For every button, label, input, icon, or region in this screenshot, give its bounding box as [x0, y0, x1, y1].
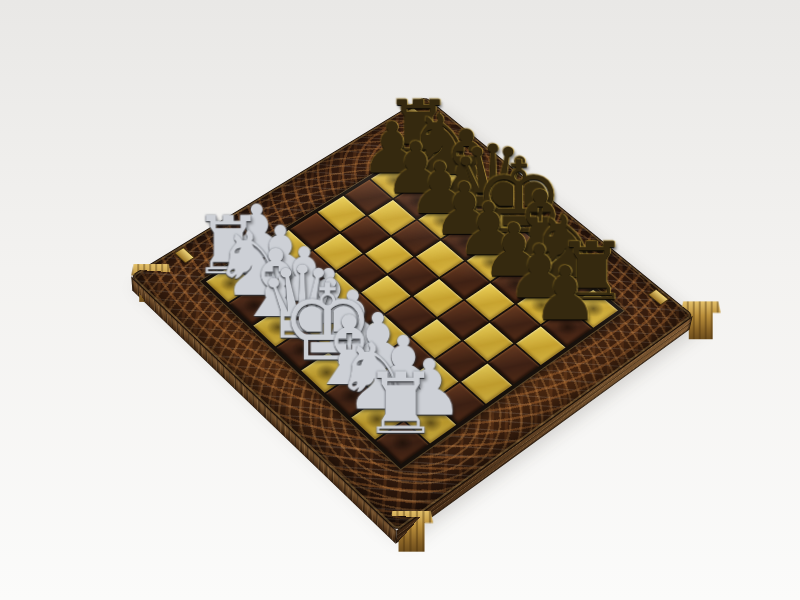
piece-black-pawn[interactable]: ♟ [523, 258, 608, 329]
square-h6[interactable] [516, 326, 566, 365]
piece-white-rook[interactable]: ♜ [356, 364, 445, 444]
photo-backdrop: ♜♞♝♛♚♝♞♜♟♟♟♟♟♟♟♟♟♟♟♟♟♟♟♟♜♞♝♛♚♝♞♜ [0, 0, 800, 600]
square-h5[interactable] [489, 345, 539, 384]
corner-foot-near [390, 511, 433, 552]
board-frame: ♜♞♝♛♚♝♞♜♟♟♟♟♟♟♟♟♟♟♟♟♟♟♟♟♜♞♝♛♚♝♞♜ [130, 96, 694, 532]
square-h1[interactable]: ♜ [377, 422, 429, 464]
scene: ♜♞♝♛♚♝♞♜♟♟♟♟♟♟♟♟♟♟♟♟♟♟♟♟♜♞♝♛♚♝♞♜ [0, 0, 800, 600]
chess-board: ♜♞♝♛♚♝♞♜♟♟♟♟♟♟♟♟♟♟♟♟♟♟♟♟♜♞♝♛♚♝♞♜ [130, 96, 694, 532]
hinge-clasp-icon [648, 289, 669, 305]
